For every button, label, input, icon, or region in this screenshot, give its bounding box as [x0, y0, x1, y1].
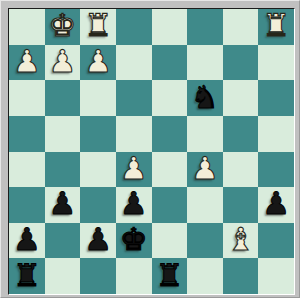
piece-black-king[interactable]: ♚	[120, 224, 148, 255]
square-h3[interactable]: ♟	[258, 187, 294, 223]
square-a6[interactable]	[9, 80, 45, 116]
piece-white-rook[interactable]: ♜	[84, 10, 112, 41]
square-h8[interactable]: ♜	[258, 9, 294, 45]
square-h5[interactable]	[258, 116, 294, 152]
chess-board: ♚♜♜♟♟♟♞♟♟♟♟♟♟♟♚♝♜♜	[8, 8, 295, 295]
square-g4[interactable]	[223, 152, 259, 188]
square-d8[interactable]	[116, 9, 152, 45]
square-a5[interactable]	[9, 116, 45, 152]
square-d6[interactable]	[116, 80, 152, 116]
square-g2[interactable]: ♝	[223, 223, 259, 259]
square-g7[interactable]	[223, 45, 259, 81]
square-c3[interactable]	[80, 187, 116, 223]
board-frame: ♚♜♜♟♟♟♞♟♟♟♟♟♟♟♚♝♜♜	[0, 0, 300, 298]
square-c5[interactable]	[80, 116, 116, 152]
square-e4[interactable]	[152, 152, 188, 188]
piece-white-bishop[interactable]: ♝	[227, 224, 255, 255]
square-f2[interactable]	[187, 223, 223, 259]
piece-black-rook[interactable]: ♜	[155, 260, 183, 291]
square-b3[interactable]: ♟	[45, 187, 81, 223]
square-b5[interactable]	[45, 116, 81, 152]
square-b6[interactable]	[45, 80, 81, 116]
square-d3[interactable]: ♟	[116, 187, 152, 223]
piece-black-pawn[interactable]: ♟	[49, 188, 77, 219]
square-b1[interactable]	[45, 258, 81, 294]
square-a8[interactable]	[9, 9, 45, 45]
piece-black-pawn[interactable]: ♟	[120, 188, 148, 219]
square-c2[interactable]: ♟	[80, 223, 116, 259]
piece-black-pawn[interactable]: ♟	[13, 224, 41, 255]
square-d5[interactable]	[116, 116, 152, 152]
square-f3[interactable]	[187, 187, 223, 223]
square-a3[interactable]	[9, 187, 45, 223]
square-d7[interactable]	[116, 45, 152, 81]
square-f5[interactable]	[187, 116, 223, 152]
piece-black-pawn[interactable]: ♟	[262, 188, 290, 219]
square-e6[interactable]	[152, 80, 188, 116]
piece-black-rook[interactable]: ♜	[13, 260, 41, 291]
square-h7[interactable]	[258, 45, 294, 81]
square-g3[interactable]	[223, 187, 259, 223]
square-g8[interactable]	[223, 9, 259, 45]
square-b8[interactable]: ♚	[45, 9, 81, 45]
square-f1[interactable]	[187, 258, 223, 294]
square-e5[interactable]	[152, 116, 188, 152]
piece-white-rook[interactable]: ♜	[262, 10, 290, 41]
square-c6[interactable]	[80, 80, 116, 116]
piece-white-pawn[interactable]: ♟	[191, 153, 219, 184]
square-e8[interactable]	[152, 9, 188, 45]
square-d1[interactable]	[116, 258, 152, 294]
square-a1[interactable]: ♜	[9, 258, 45, 294]
square-g5[interactable]	[223, 116, 259, 152]
piece-white-pawn[interactable]: ♟	[13, 46, 41, 77]
piece-white-pawn[interactable]: ♟	[84, 46, 112, 77]
square-f8[interactable]	[187, 9, 223, 45]
square-f4[interactable]: ♟	[187, 152, 223, 188]
square-e2[interactable]	[152, 223, 188, 259]
square-c8[interactable]: ♜	[80, 9, 116, 45]
square-b2[interactable]	[45, 223, 81, 259]
square-a7[interactable]: ♟	[9, 45, 45, 81]
square-h4[interactable]	[258, 152, 294, 188]
piece-white-pawn[interactable]: ♟	[49, 46, 77, 77]
square-c7[interactable]: ♟	[80, 45, 116, 81]
square-f6[interactable]: ♞	[187, 80, 223, 116]
square-b4[interactable]	[45, 152, 81, 188]
square-c1[interactable]	[80, 258, 116, 294]
piece-white-pawn[interactable]: ♟	[120, 153, 148, 184]
square-f7[interactable]	[187, 45, 223, 81]
square-b7[interactable]: ♟	[45, 45, 81, 81]
square-c4[interactable]	[80, 152, 116, 188]
square-e7[interactable]	[152, 45, 188, 81]
square-d2[interactable]: ♚	[116, 223, 152, 259]
square-g6[interactable]	[223, 80, 259, 116]
square-a2[interactable]: ♟	[9, 223, 45, 259]
square-g1[interactable]	[223, 258, 259, 294]
square-d4[interactable]: ♟	[116, 152, 152, 188]
square-e3[interactable]	[152, 187, 188, 223]
piece-black-knight[interactable]: ♞	[191, 82, 219, 113]
square-h1[interactable]	[258, 258, 294, 294]
square-h2[interactable]	[258, 223, 294, 259]
square-e1[interactable]: ♜	[152, 258, 188, 294]
piece-black-pawn[interactable]: ♟	[84, 224, 112, 255]
square-a4[interactable]	[9, 152, 45, 188]
square-h6[interactable]	[258, 80, 294, 116]
piece-white-king[interactable]: ♚	[49, 10, 77, 41]
